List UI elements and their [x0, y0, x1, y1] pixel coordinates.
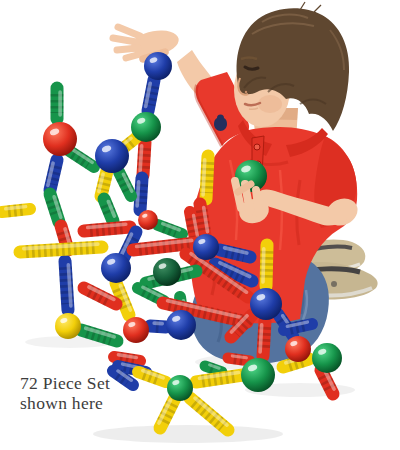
toy-ball-blue	[144, 52, 172, 80]
toy-ball-blue	[95, 139, 129, 173]
photo-canvas: 72 Piece Set shown here	[0, 0, 400, 450]
toy-ball-green	[312, 343, 342, 373]
toy-rod-blue	[150, 323, 166, 327]
toy-rod-red	[84, 224, 130, 231]
toy-rod-red	[140, 142, 145, 175]
toy-rod-blue	[48, 160, 57, 190]
hair-strand	[300, 2, 305, 10]
toy-ball-blue	[250, 288, 282, 320]
toy-ball-red	[123, 317, 149, 343]
toy-rod-red	[200, 204, 207, 236]
toy-ball-red	[43, 122, 77, 156]
toy-rod-blue	[146, 80, 154, 111]
toy-rod-green	[50, 194, 61, 222]
toy-rod-yellow	[138, 371, 166, 382]
boy-open-hand	[113, 27, 181, 59]
toy-ball-blue	[101, 253, 131, 283]
caption-line1: 72 Piece Set	[20, 373, 110, 393]
toy-ball-yellow	[55, 313, 81, 339]
finger	[256, 190, 259, 213]
toy-ball-green	[131, 112, 161, 142]
floor-shadow	[93, 425, 283, 443]
caption-line2: shown here	[20, 393, 103, 413]
toy-rod-red	[84, 287, 116, 304]
toy-ball-blue	[193, 234, 219, 260]
toy-rod-blue	[65, 261, 71, 310]
toy-ball-darkgreen	[153, 258, 181, 286]
toy-rod-yellow	[2, 207, 30, 212]
toy-rod-yellow	[159, 398, 175, 428]
toy-rod-green	[68, 150, 94, 167]
toy-rod-red	[228, 356, 250, 361]
product-photo: 72 Piece Set shown here	[0, 0, 400, 450]
hair-strand	[314, 5, 321, 12]
caption: 72 Piece Set shown here	[20, 373, 110, 413]
toy-rod-yellow	[203, 156, 208, 199]
polo-button	[254, 144, 260, 150]
toy-rod-red	[260, 321, 265, 356]
toy-rod-green	[158, 224, 182, 234]
toy-rod-yellow	[99, 171, 107, 196]
toy-rod-blue	[284, 322, 312, 330]
cheek-shade	[258, 95, 282, 113]
toy-ball-red	[285, 336, 311, 362]
toy-rod-green	[104, 199, 114, 221]
toy-rod-yellow	[263, 245, 267, 286]
toy-rod-yellow	[196, 373, 243, 382]
toy-rod-green	[205, 365, 222, 372]
toy-ball-green	[241, 358, 275, 392]
finger	[117, 48, 138, 50]
toy-ball-blue	[166, 310, 196, 340]
toy-rod-green	[57, 88, 60, 119]
toy-ball-red	[138, 210, 158, 230]
nostril	[245, 91, 247, 93]
toy-ball-green	[167, 375, 193, 401]
toy-rod-yellow	[20, 244, 102, 252]
toy-rod-blue	[137, 178, 142, 210]
toy-rod-green	[119, 172, 132, 196]
finger	[113, 38, 136, 42]
finger	[118, 27, 140, 36]
sneaker-eyelet	[331, 281, 337, 287]
